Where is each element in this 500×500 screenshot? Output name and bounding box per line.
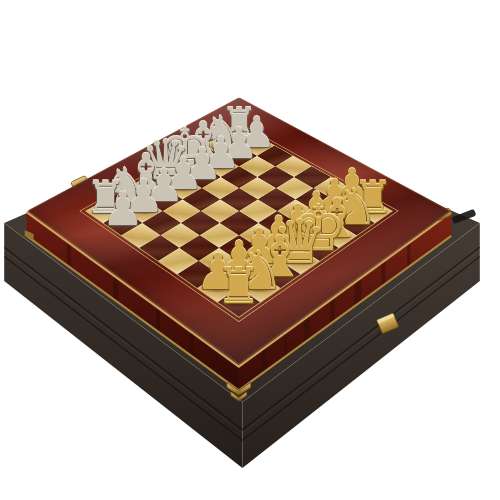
piece-black-pawn-a7[interactable]: ♟ [100, 186, 146, 232]
chess-set-photo: ♜♞♟♝♟♚♟♛♟♝♟♞♟♟♜♟♟♜♟♟♞♟♝♟♚♟♛♟♝♟♞♜ [0, 0, 500, 500]
square-c5[interactable] [181, 211, 220, 235]
square-a5[interactable] [139, 235, 179, 261]
square-b5[interactable] [160, 223, 199, 248]
piece-white-rook-a1[interactable]: ♜ [214, 262, 264, 312]
